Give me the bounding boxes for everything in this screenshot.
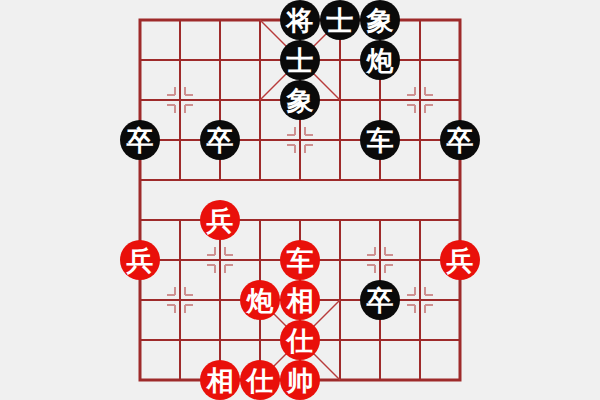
piece-black-advisor[interactable]: 士 — [280, 40, 320, 80]
pieces-layer: 将士象士炮象卒卒车卒兵兵车兵炮相卒仕相仕帅 — [120, 0, 480, 400]
piece-black-soldier[interactable]: 卒 — [200, 120, 240, 160]
piece-red-advisor[interactable]: 仕 — [240, 360, 280, 400]
app-background: 将士象士炮象卒卒车卒兵兵车兵炮相卒仕相仕帅 — [0, 0, 600, 400]
piece-black-elephant[interactable]: 象 — [280, 80, 320, 120]
piece-black-soldier[interactable]: 卒 — [120, 120, 160, 160]
piece-red-soldier[interactable]: 兵 — [200, 200, 240, 240]
piece-red-soldier[interactable]: 兵 — [120, 240, 160, 280]
piece-red-cannon[interactable]: 炮 — [240, 280, 280, 320]
piece-black-soldier[interactable]: 卒 — [440, 120, 480, 160]
piece-black-advisor[interactable]: 士 — [320, 0, 360, 40]
piece-black-chariot[interactable]: 车 — [360, 120, 400, 160]
piece-black-general[interactable]: 将 — [280, 0, 320, 40]
piece-red-elephant[interactable]: 相 — [280, 280, 320, 320]
xiangqi-board[interactable]: 将士象士炮象卒卒车卒兵兵车兵炮相卒仕相仕帅 — [120, 0, 480, 400]
piece-black-soldier[interactable]: 卒 — [360, 280, 400, 320]
piece-black-cannon[interactable]: 炮 — [360, 40, 400, 80]
piece-red-chariot[interactable]: 车 — [280, 240, 320, 280]
piece-red-general[interactable]: 帅 — [280, 360, 320, 400]
piece-red-advisor[interactable]: 仕 — [280, 320, 320, 360]
piece-black-elephant[interactable]: 象 — [360, 0, 400, 40]
piece-red-elephant[interactable]: 相 — [200, 360, 240, 400]
piece-red-soldier[interactable]: 兵 — [440, 240, 480, 280]
